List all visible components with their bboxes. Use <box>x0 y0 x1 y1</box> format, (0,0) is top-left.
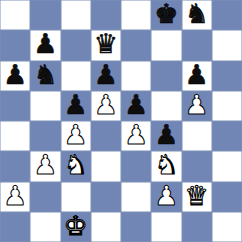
square-h5[interactable] <box>212 91 242 121</box>
square-e1[interactable] <box>121 212 151 242</box>
square-f6[interactable] <box>151 61 181 91</box>
square-h7[interactable] <box>212 30 242 60</box>
black-knight-g8[interactable]: ♞ <box>185 0 209 29</box>
black-pawn-g6[interactable]: ♟ <box>185 60 209 90</box>
square-c3[interactable]: ♞ <box>61 151 91 181</box>
black-pawn-a6[interactable]: ♟ <box>3 60 27 90</box>
square-c6[interactable] <box>61 61 91 91</box>
square-g8[interactable]: ♞ <box>182 0 212 30</box>
square-a6[interactable]: ♟ <box>0 61 30 91</box>
black-queen-d7[interactable]: ♛ <box>94 29 118 59</box>
square-b5[interactable] <box>30 91 60 121</box>
square-b8[interactable] <box>30 0 60 30</box>
square-d1[interactable] <box>91 212 121 242</box>
square-f7[interactable] <box>151 30 181 60</box>
square-d5[interactable]: ♟ <box>91 91 121 121</box>
square-h2[interactable] <box>212 182 242 212</box>
black-pawn-f4[interactable]: ♟ <box>154 120 178 150</box>
square-g7[interactable] <box>182 30 212 60</box>
square-g1[interactable] <box>182 212 212 242</box>
square-g3[interactable] <box>182 151 212 181</box>
square-a5[interactable] <box>0 91 30 121</box>
square-d2[interactable] <box>91 182 121 212</box>
white-knight-c3[interactable]: ♞ <box>64 150 88 180</box>
white-pawn-a2[interactable]: ♟ <box>3 181 27 211</box>
white-pawn-d5[interactable]: ♟ <box>94 90 118 120</box>
square-b3[interactable]: ♟ <box>30 151 60 181</box>
square-d6[interactable]: ♟ <box>91 61 121 91</box>
square-f1[interactable] <box>151 212 181 242</box>
square-f8[interactable]: ♚ <box>151 0 181 30</box>
white-pawn-c4[interactable]: ♟ <box>64 120 88 150</box>
square-h1[interactable] <box>212 212 242 242</box>
square-g4[interactable] <box>182 121 212 151</box>
square-c2[interactable] <box>61 182 91 212</box>
black-pawn-d6[interactable]: ♟ <box>94 60 118 90</box>
white-queen-g2[interactable]: ♛ <box>185 181 209 211</box>
square-b6[interactable]: ♞ <box>30 61 60 91</box>
square-e4[interactable]: ♟ <box>121 121 151 151</box>
square-h4[interactable] <box>212 121 242 151</box>
square-a2[interactable]: ♟ <box>0 182 30 212</box>
square-a8[interactable] <box>0 0 30 30</box>
black-king-f8[interactable]: ♚ <box>154 0 178 29</box>
square-b1[interactable] <box>30 212 60 242</box>
square-h8[interactable] <box>212 0 242 30</box>
square-f4[interactable]: ♟ <box>151 121 181 151</box>
chess-board: ♚♞♟♛♟♞♟♟♟♟♟♟♟♟♟♟♞♞♟♟♛♚ <box>0 0 242 242</box>
white-knight-f3[interactable]: ♞ <box>154 150 178 180</box>
white-pawn-g5[interactable]: ♟ <box>185 90 209 120</box>
square-g6[interactable]: ♟ <box>182 61 212 91</box>
square-a4[interactable] <box>0 121 30 151</box>
square-c7[interactable] <box>61 30 91 60</box>
square-f2[interactable]: ♟ <box>151 182 181 212</box>
square-a7[interactable] <box>0 30 30 60</box>
square-e7[interactable] <box>121 30 151 60</box>
white-pawn-f2[interactable]: ♟ <box>154 181 178 211</box>
square-d8[interactable] <box>91 0 121 30</box>
square-g5[interactable]: ♟ <box>182 91 212 121</box>
black-knight-b6[interactable]: ♞ <box>33 60 57 90</box>
square-e2[interactable] <box>121 182 151 212</box>
black-pawn-c5[interactable]: ♟ <box>64 90 88 120</box>
square-f3[interactable]: ♞ <box>151 151 181 181</box>
square-c1[interactable]: ♚ <box>61 212 91 242</box>
square-a3[interactable] <box>0 151 30 181</box>
square-h6[interactable] <box>212 61 242 91</box>
white-pawn-b3[interactable]: ♟ <box>33 150 57 180</box>
square-d7[interactable]: ♛ <box>91 30 121 60</box>
black-pawn-e5[interactable]: ♟ <box>124 90 148 120</box>
square-d4[interactable] <box>91 121 121 151</box>
square-a1[interactable] <box>0 212 30 242</box>
square-c5[interactable]: ♟ <box>61 91 91 121</box>
square-c8[interactable] <box>61 0 91 30</box>
square-b2[interactable] <box>30 182 60 212</box>
square-e3[interactable] <box>121 151 151 181</box>
square-d3[interactable] <box>91 151 121 181</box>
square-e5[interactable]: ♟ <box>121 91 151 121</box>
white-pawn-e4[interactable]: ♟ <box>124 120 148 150</box>
square-e8[interactable] <box>121 0 151 30</box>
black-pawn-b7[interactable]: ♟ <box>33 29 57 59</box>
square-b7[interactable]: ♟ <box>30 30 60 60</box>
square-b4[interactable] <box>30 121 60 151</box>
square-e6[interactable] <box>121 61 151 91</box>
square-f5[interactable] <box>151 91 181 121</box>
square-c4[interactable]: ♟ <box>61 121 91 151</box>
white-king-c1[interactable]: ♚ <box>64 211 88 241</box>
square-h3[interactable] <box>212 151 242 181</box>
square-g2[interactable]: ♛ <box>182 182 212 212</box>
